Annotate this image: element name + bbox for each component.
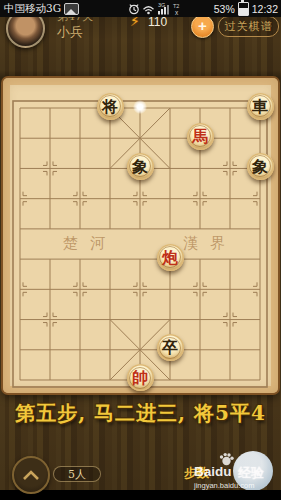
board-grid: 将車馬象象炮卒帥	[5, 93, 275, 395]
bottom-edge	[0, 490, 281, 500]
add-energy-button[interactable]: +	[191, 15, 214, 38]
players-count-label: 5人	[68, 467, 86, 482]
red-cannon-piece[interactable]: 炮	[157, 244, 184, 271]
black-chariot-piece[interactable]: 車	[247, 93, 274, 120]
expand-button[interactable]	[12, 456, 50, 494]
watermark-url: jingyan.baidu.com	[194, 481, 254, 490]
chevron-up-icon	[20, 468, 42, 482]
status-bar: 中国移动3G 3G	[0, 0, 281, 17]
records-button[interactable]: 过关棋谱	[218, 16, 279, 37]
move-annotation: 第五步, 马二进三, 将5平4	[0, 400, 281, 427]
xiangqi-board[interactable]: 楚河 漢界 将車馬象象炮卒帥	[3, 78, 278, 393]
energy-value: 110	[148, 15, 167, 29]
red-horse-piece[interactable]: 馬	[187, 123, 214, 150]
clock-label: 12:32	[252, 3, 278, 15]
red-general-piece[interactable]: 帥	[127, 364, 154, 391]
signal-3g-icon: 3G	[158, 2, 169, 15]
black-general-piece[interactable]: 将	[97, 93, 124, 120]
rank-label: 小兵	[57, 23, 83, 41]
sim2-no-signal-icon: T2 x	[173, 3, 179, 16]
screenshot-icon	[64, 3, 79, 15]
battery-percent: 53%	[214, 3, 235, 15]
black-elephant-piece[interactable]: 象	[127, 153, 154, 180]
battery-icon	[238, 2, 249, 16]
black-elephant-piece[interactable]: 象	[247, 153, 274, 180]
status-icons: 3G T2 x	[127, 1, 211, 16]
app-screen: 中国移动3G 3G	[0, 0, 281, 500]
watermark-brand: Baidu	[194, 464, 232, 479]
last-move-origin-marker	[133, 100, 147, 114]
alarm-icon	[130, 5, 138, 14]
players-count-badge[interactable]: 5人	[53, 466, 101, 482]
svg-text:x: x	[175, 9, 179, 16]
watermark-brand-cn: 经验	[238, 464, 264, 482]
wifi-icon	[143, 7, 153, 11]
wifi-dot	[147, 12, 150, 15]
black-soldier-piece[interactable]: 卒	[157, 334, 184, 361]
carrier-label: 中国移动3G	[4, 2, 61, 16]
